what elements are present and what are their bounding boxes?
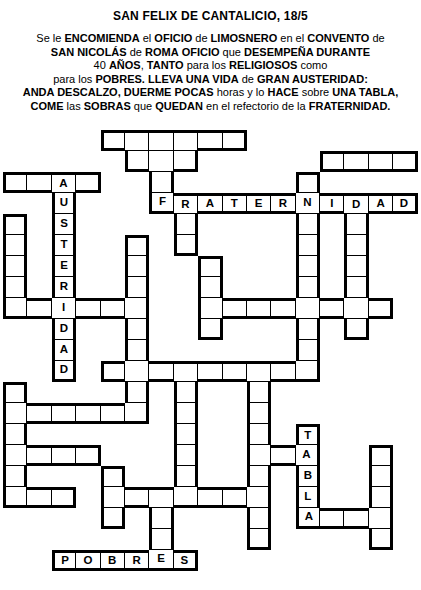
grid-cell[interactable]: [3, 403, 27, 424]
grid-cell[interactable]: [247, 487, 271, 508]
text-segment: Se le: [36, 32, 64, 44]
grid-cell[interactable]: [3, 424, 27, 445]
text-segment: CONVENTO: [307, 32, 369, 44]
grid-cell-letter[interactable]: D: [52, 319, 76, 340]
grid-cell[interactable]: [344, 214, 368, 235]
grid-cell[interactable]: [198, 361, 222, 382]
grid-cell[interactable]: [320, 298, 344, 319]
grid-cell[interactable]: [247, 424, 271, 445]
grid-cell[interactable]: [125, 256, 149, 277]
grid-cell[interactable]: [198, 487, 222, 508]
grid-cell[interactable]: [174, 382, 198, 403]
grid-cell[interactable]: [149, 130, 173, 151]
grid-cell-letter[interactable]: I: [52, 298, 76, 319]
grid-cell[interactable]: [3, 256, 27, 277]
grid-cell-letter[interactable]: F: [149, 193, 173, 214]
grid-cell[interactable]: [3, 487, 27, 508]
grid-cell-letter[interactable]: D: [52, 361, 76, 382]
grid-cell[interactable]: [174, 361, 198, 382]
grid-cell[interactable]: [369, 466, 393, 487]
text-segment: TANTO: [147, 59, 184, 71]
grid-cell[interactable]: [198, 256, 222, 277]
grid-cell[interactable]: [344, 319, 368, 340]
text-segment: de: [127, 46, 145, 58]
grid-cell[interactable]: [125, 361, 149, 382]
grid-cell[interactable]: [247, 298, 271, 319]
grid-cell[interactable]: [149, 172, 173, 193]
grid-cell-letter[interactable]: B: [101, 550, 125, 571]
grid-cell[interactable]: [344, 508, 368, 529]
grid-cell[interactable]: [76, 298, 100, 319]
text-segment: ENCOMIENDA: [65, 32, 140, 44]
grid-cell[interactable]: [369, 508, 393, 529]
grid-cell[interactable]: [223, 130, 247, 151]
paragraph-line: Se le ENCOMIENDA el OFICIO de LIMOSNERO …: [0, 32, 421, 46]
grid-cell-letter[interactable]: U: [52, 193, 76, 214]
grid-cell[interactable]: [271, 361, 295, 382]
grid-cell[interactable]: [198, 298, 222, 319]
grid-cell[interactable]: [52, 487, 76, 508]
grid-cell[interactable]: [320, 508, 344, 529]
grid-cell[interactable]: [296, 361, 320, 382]
grid-cell[interactable]: [369, 298, 393, 319]
grid-cell[interactable]: [76, 445, 100, 466]
grid-cell[interactable]: [393, 151, 417, 172]
grid-cell-letter[interactable]: T: [223, 193, 247, 214]
paragraph-line: para los POBRES. LLEVA UNA VIDA de GRAN …: [0, 73, 421, 87]
intro-paragraph: Se le ENCOMIENDA el OFICIO de LIMOSNERO …: [0, 32, 421, 113]
grid-cell-letter[interactable]: R: [125, 550, 149, 571]
text-segment: de: [369, 32, 384, 44]
text-segment: AÑOS: [109, 59, 141, 71]
grid-cell-letter[interactable]: S: [174, 550, 198, 571]
grid-cell[interactable]: [3, 466, 27, 487]
text-segment: para los: [184, 59, 229, 71]
grid-cell-letter[interactable]: A: [52, 340, 76, 361]
text-segment: en el: [277, 32, 307, 44]
grid-cell-letter[interactable]: S: [52, 214, 76, 235]
grid-cell[interactable]: [27, 403, 51, 424]
text-segment: OFICIO: [154, 32, 192, 44]
text-segment: DESEMPEÑA DURANTE: [244, 46, 370, 58]
grid-cell[interactable]: [223, 298, 247, 319]
puzzle-page: SAN FELIX DE CANTALICIO, 18/5 Se le ENCO…: [0, 0, 421, 590]
grid-cell[interactable]: [101, 298, 125, 319]
grid-cell[interactable]: [125, 298, 149, 319]
grid-cell[interactable]: [344, 151, 368, 172]
grid-cell[interactable]: [198, 319, 222, 340]
grid-cell[interactable]: [369, 529, 393, 550]
grid-cell[interactable]: [174, 466, 198, 487]
grid-cell[interactable]: [344, 277, 368, 298]
text-segment: 40: [94, 59, 109, 71]
grid-cell[interactable]: [125, 130, 149, 151]
grid-cell-letter[interactable]: A: [296, 508, 320, 529]
grid-cell-letter[interactable]: E: [52, 256, 76, 277]
grid-cell-letter[interactable]: E: [149, 550, 173, 571]
grid-cell[interactable]: [125, 277, 149, 298]
text-segment: sobre: [299, 86, 333, 98]
grid-cell[interactable]: [101, 508, 125, 529]
grid-cell[interactable]: [271, 298, 295, 319]
text-segment: HACE: [267, 86, 298, 98]
grid-cell[interactable]: [344, 256, 368, 277]
grid-cell-letter[interactable]: E: [247, 193, 271, 214]
grid-cell[interactable]: [3, 382, 27, 403]
paragraph-line: COME las SOBRAS que QUEDAN en el refecto…: [0, 100, 421, 114]
grid-cell[interactable]: [296, 277, 320, 298]
grid-cell[interactable]: [198, 130, 222, 151]
text-segment: que: [220, 46, 244, 58]
grid-cell-letter[interactable]: D: [393, 193, 417, 214]
grid-cell[interactable]: [3, 445, 27, 466]
grid-cell-letter[interactable]: A: [369, 193, 393, 214]
grid-cell[interactable]: [27, 298, 51, 319]
grid-cell-letter[interactable]: A: [296, 445, 320, 466]
grid-cell[interactable]: [27, 445, 51, 466]
grid-cell[interactable]: [125, 340, 149, 361]
grid-cell-letter[interactable]: R: [174, 193, 198, 214]
text-segment: para los: [53, 73, 95, 85]
grid-cell[interactable]: [174, 424, 198, 445]
text-segment: UNA TABLA,: [332, 86, 398, 98]
grid-cell[interactable]: [369, 151, 393, 172]
text-segment: horas y lo: [214, 86, 268, 98]
text-segment: ROMA: [145, 46, 179, 58]
grid-cell[interactable]: [125, 403, 149, 424]
grid-cell[interactable]: [27, 172, 51, 193]
grid-cell[interactable]: [149, 361, 173, 382]
grid-cell[interactable]: [271, 445, 295, 466]
grid-cell-letter[interactable]: B: [296, 466, 320, 487]
crossword-grid: AUFRATERNIDADSTERIDADTABLAPOBRES: [3, 130, 418, 571]
grid-cell[interactable]: [296, 340, 320, 361]
grid-cell[interactable]: [369, 487, 393, 508]
grid-cell[interactable]: [3, 235, 27, 256]
grid-cell[interactable]: [3, 277, 27, 298]
text-segment: FRATERNIDAD.: [309, 100, 391, 112]
grid-cell[interactable]: [369, 445, 393, 466]
grid-cell[interactable]: [125, 487, 149, 508]
grid-cell[interactable]: [247, 361, 271, 382]
grid-cell[interactable]: [296, 256, 320, 277]
text-segment: SAN NICOLÁS: [51, 46, 127, 58]
grid-cell[interactable]: [149, 508, 173, 529]
grid-cell-letter[interactable]: D: [344, 193, 368, 214]
grid-cell-letter[interactable]: T: [52, 235, 76, 256]
grid-cell-letter[interactable]: P: [52, 550, 76, 571]
grid-cell[interactable]: [174, 235, 198, 256]
grid-cell[interactable]: [320, 151, 344, 172]
text-segment: GRAN AUSTERIDAD:: [257, 73, 368, 85]
grid-cell-letter[interactable]: R: [52, 277, 76, 298]
text-segment: ANDA DESCALZO, DUERME POCAS: [23, 86, 214, 98]
text-segment: el: [140, 32, 155, 44]
grid-cell[interactable]: [174, 130, 198, 151]
grid-cell[interactable]: [174, 151, 198, 172]
grid-cell[interactable]: [296, 235, 320, 256]
text-segment: QUEDAN: [155, 100, 203, 112]
text-segment: SOBRAS: [84, 100, 131, 112]
grid-cell-letter[interactable]: N: [296, 193, 320, 214]
text-segment: de: [192, 32, 210, 44]
paragraph-line: SAN NICOLÁS de ROMA OFICIO que DESEMPEÑA…: [0, 46, 421, 60]
page-title: SAN FELIX DE CANTALICIO, 18/5: [0, 0, 421, 23]
text-segment: POBRES. LLEVA UNA VIDA: [95, 73, 238, 85]
grid-cell[interactable]: [247, 382, 271, 403]
grid-cell[interactable]: [76, 403, 100, 424]
grid-cell[interactable]: [174, 214, 198, 235]
grid-cell[interactable]: [198, 277, 222, 298]
text-segment: OFICIO: [182, 46, 220, 58]
grid-cell[interactable]: [125, 319, 149, 340]
grid-cell[interactable]: [52, 403, 76, 424]
grid-cell[interactable]: [247, 403, 271, 424]
grid-cell[interactable]: [3, 172, 27, 193]
grid-cell[interactable]: [296, 214, 320, 235]
grid-cell[interactable]: [247, 529, 271, 550]
grid-cell-letter[interactable]: I: [320, 193, 344, 214]
grid-cell[interactable]: [149, 487, 173, 508]
grid-cell[interactable]: [125, 151, 149, 172]
text-segment: COME: [31, 100, 64, 112]
paragraph-line: 40 AÑOS, TANTO para los RELIGIOSOS como: [0, 59, 421, 73]
grid-cell[interactable]: [27, 487, 51, 508]
grid-cell[interactable]: [76, 172, 100, 193]
grid-cell[interactable]: [296, 319, 320, 340]
grid-cell[interactable]: [174, 403, 198, 424]
grid-cell[interactable]: [247, 466, 271, 487]
text-segment: como: [297, 59, 327, 71]
grid-cell[interactable]: [174, 445, 198, 466]
grid-cell-letter[interactable]: O: [76, 550, 100, 571]
grid-cell[interactable]: [247, 508, 271, 529]
text-segment: de: [239, 73, 257, 85]
grid-cell-letter[interactable]: R: [271, 193, 295, 214]
text-segment: que: [131, 100, 155, 112]
grid-cell[interactable]: [125, 382, 149, 403]
grid-cell[interactable]: [52, 445, 76, 466]
grid-cell[interactable]: [174, 487, 198, 508]
grid-cell[interactable]: [223, 361, 247, 382]
grid-cell-letter[interactable]: A: [52, 172, 76, 193]
grid-cell-letter[interactable]: T: [296, 424, 320, 445]
grid-cell[interactable]: [101, 361, 125, 382]
grid-cell-letter[interactable]: A: [198, 193, 222, 214]
grid-cell-letter[interactable]: L: [296, 487, 320, 508]
text-segment: RELIGIOSOS: [229, 59, 297, 71]
grid-cell[interactable]: [3, 214, 27, 235]
grid-cell[interactable]: [101, 487, 125, 508]
grid-cell[interactable]: [223, 487, 247, 508]
grid-cell[interactable]: [296, 298, 320, 319]
grid-cell[interactable]: [247, 445, 271, 466]
grid-cell[interactable]: [101, 403, 125, 424]
grid-cell[interactable]: [149, 529, 173, 550]
grid-cell[interactable]: [125, 235, 149, 256]
grid-cell[interactable]: [344, 235, 368, 256]
grid-cell[interactable]: [101, 466, 125, 487]
grid-cell[interactable]: [149, 151, 173, 172]
text-segment: las: [64, 100, 84, 112]
text-segment: LIMOSNERO: [211, 32, 278, 44]
grid-cell[interactable]: [344, 298, 368, 319]
paragraph-line: ANDA DESCALZO, DUERME POCAS horas y lo H…: [0, 86, 421, 100]
grid-cell[interactable]: [3, 298, 27, 319]
grid-cell[interactable]: [296, 172, 320, 193]
grid-cell[interactable]: [101, 130, 125, 151]
text-segment: en el refectorio de la: [203, 100, 309, 112]
